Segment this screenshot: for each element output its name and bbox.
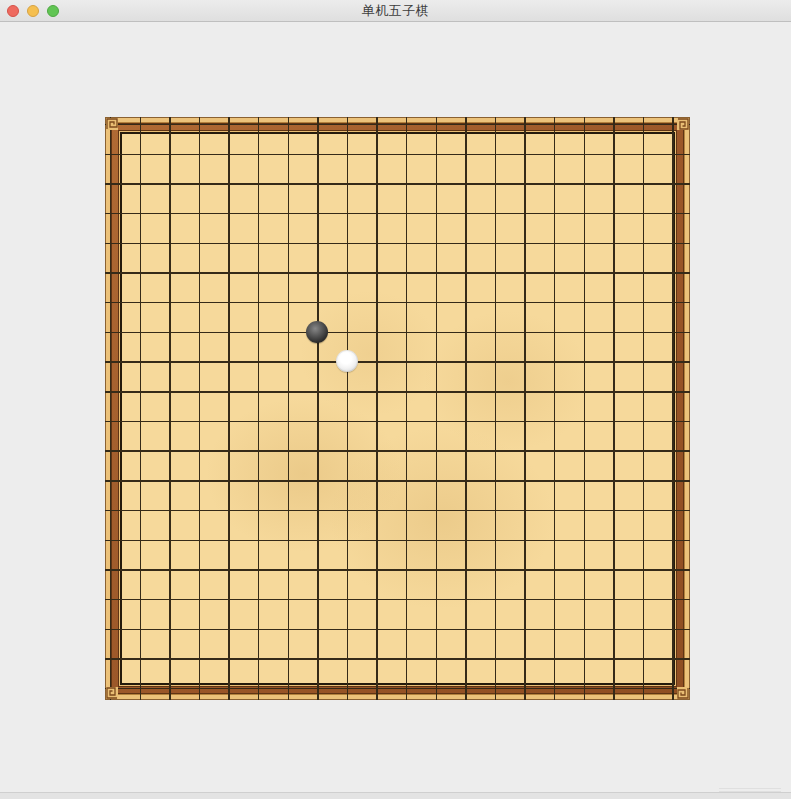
grid-line-vertical bbox=[672, 117, 673, 700]
grid-line-vertical bbox=[140, 117, 141, 700]
grid-line-vertical bbox=[317, 117, 318, 700]
grid-line-horizontal bbox=[105, 391, 690, 392]
grid-line-horizontal bbox=[105, 540, 690, 541]
corner-ornament-icon bbox=[677, 118, 689, 130]
grid-line-vertical bbox=[436, 117, 437, 700]
close-button[interactable] bbox=[7, 5, 19, 17]
title-bar: 单机五子棋 bbox=[0, 0, 791, 22]
gomoku-board[interactable] bbox=[105, 117, 690, 700]
grid-line-vertical bbox=[554, 117, 555, 700]
grid-line-vertical bbox=[199, 117, 200, 700]
grid-line-horizontal bbox=[105, 569, 690, 570]
grid-line-horizontal bbox=[105, 450, 690, 451]
grid-line-horizontal bbox=[105, 510, 690, 511]
grid-line-horizontal bbox=[105, 361, 690, 362]
grid-line-vertical bbox=[288, 117, 289, 700]
grid-line-vertical bbox=[613, 117, 614, 700]
zoom-button[interactable] bbox=[47, 5, 59, 17]
grid-line-vertical bbox=[110, 117, 111, 700]
grid-line-horizontal bbox=[105, 302, 690, 303]
grid-line-horizontal bbox=[105, 480, 690, 481]
grid-line-vertical bbox=[376, 117, 377, 700]
grid-line-vertical bbox=[495, 117, 496, 700]
grid-line-vertical bbox=[258, 117, 259, 700]
grid-line-vertical bbox=[465, 117, 466, 700]
grid-line-horizontal bbox=[105, 629, 690, 630]
grid-line-horizontal bbox=[105, 688, 690, 689]
grid-line-vertical bbox=[406, 117, 407, 700]
grid-line-horizontal bbox=[105, 183, 690, 184]
grid-line-horizontal bbox=[105, 599, 690, 600]
corner-ornament-icon bbox=[106, 118, 118, 130]
grid-line-horizontal bbox=[105, 658, 690, 659]
grid-line-vertical bbox=[584, 117, 585, 700]
grid-line-horizontal bbox=[105, 272, 690, 273]
grid-line-vertical bbox=[169, 117, 170, 700]
grid-line-vertical bbox=[347, 117, 348, 700]
window-bottom-edge bbox=[0, 792, 791, 799]
grid-line-vertical bbox=[524, 117, 525, 700]
grid-line-horizontal bbox=[105, 332, 690, 333]
grid-line-horizontal bbox=[105, 243, 690, 244]
grid-line-vertical bbox=[228, 117, 229, 700]
grid-line-horizontal bbox=[105, 124, 690, 125]
app-window: { "window": { "title": "单机五子棋", "control… bbox=[0, 0, 791, 799]
black-stone bbox=[306, 321, 328, 343]
corner-ornament-icon bbox=[677, 687, 689, 699]
grid-layer bbox=[105, 117, 690, 700]
corner-ornament-icon bbox=[106, 687, 118, 699]
window-title: 单机五子棋 bbox=[362, 2, 430, 20]
minimize-button[interactable] bbox=[27, 5, 39, 17]
grid-line-horizontal bbox=[105, 421, 690, 422]
grid-line-horizontal bbox=[105, 154, 690, 155]
grid-line-vertical bbox=[643, 117, 644, 700]
traffic-lights bbox=[7, 5, 59, 17]
grid-line-horizontal bbox=[105, 213, 690, 214]
